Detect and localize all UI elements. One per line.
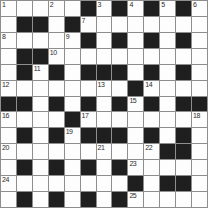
black-cell-r8c7 [112,128,128,144]
black-cell-r5c8 [128,81,144,97]
clue-number-11: 11 [34,65,40,73]
cell-r9c6[interactable]: 21 [97,144,113,160]
black-cell-r12c1 [17,192,33,208]
clue-number-6: 6 [193,1,196,9]
clue-number-22: 22 [145,144,152,152]
cell-r0c6[interactable]: 3 [97,1,113,17]
black-cell-r6c11 [176,97,192,113]
clue-number-17: 17 [82,112,89,120]
cell-r6c8[interactable]: 15 [128,97,144,113]
black-cell-r3c2 [33,49,49,65]
cell-r6c6[interactable] [97,97,113,113]
black-cell-r0c5 [81,1,97,17]
clue-number-8: 8 [2,33,5,41]
cell-r4c8[interactable] [128,65,144,81]
black-cell-r4c6 [97,65,113,81]
cell-r9c4[interactable] [65,144,81,160]
cell-r5c2[interactable] [33,81,49,97]
cell-r5c4[interactable] [65,81,81,97]
cell-r9c9[interactable]: 22 [144,144,160,160]
cell-r7c10[interactable] [160,112,176,128]
clue-number-10: 10 [50,49,57,57]
cell-r8c10[interactable] [160,128,176,144]
clue-number-9: 9 [66,33,69,41]
cell-r3c10[interactable] [160,49,176,65]
black-cell-r6c1 [17,97,33,113]
black-cell-r11c10 [160,176,176,192]
cell-r2c1[interactable] [17,33,33,49]
cell-r12c0[interactable] [1,192,17,208]
clue-number-25: 25 [129,192,136,200]
cell-r0c4[interactable] [65,1,81,17]
cell-r6c10[interactable] [160,97,176,113]
black-cell-r6c12 [192,97,208,113]
cell-r10c0[interactable] [1,160,17,176]
clue-number-14: 14 [145,81,152,89]
cell-r11c0[interactable]: 24 [1,176,17,192]
cell-r5c1[interactable] [17,81,33,97]
cell-r8c0[interactable] [1,128,17,144]
cell-r2c8[interactable] [128,33,144,49]
cell-r10c10[interactable] [160,160,176,176]
cell-r9c12[interactable] [192,144,208,160]
cell-r12c2[interactable] [33,192,49,208]
clue-number-1: 1 [2,1,5,9]
cell-r11c9[interactable] [144,176,160,192]
cell-r0c2[interactable] [33,1,49,17]
cell-r5c5[interactable] [81,81,97,97]
cell-r5c6[interactable]: 13 [97,81,113,97]
black-cell-r0c7 [112,1,128,17]
black-cell-r8c5 [81,128,97,144]
black-cell-r1c2 [33,17,49,33]
cell-r3c5[interactable] [81,49,97,65]
cell-r1c7[interactable] [112,17,128,33]
black-cell-r12c5 [81,192,97,208]
cell-r4c4[interactable] [65,65,81,81]
cell-r9c7[interactable] [112,144,128,160]
cell-r2c6[interactable] [97,33,113,49]
black-cell-r12c7 [112,192,128,208]
cell-r4c10[interactable] [160,65,176,81]
cell-r4c12[interactable] [192,65,208,81]
black-cell-r9c10 [160,144,176,160]
cell-r1c6[interactable] [97,17,113,33]
black-cell-r10c3 [49,160,65,176]
black-cell-r0c11 [176,1,192,17]
black-cell-r10c7 [112,160,128,176]
clue-number-16: 16 [2,112,9,120]
cell-r10c8[interactable]: 23 [128,160,144,176]
cell-r12c12[interactable] [192,192,208,208]
clue-number-18: 18 [193,112,200,120]
cell-r11c2[interactable] [33,176,49,192]
cell-r7c12[interactable]: 18 [192,112,208,128]
cell-r10c4[interactable] [65,160,81,176]
black-cell-r8c3 [49,128,65,144]
cell-r7c2[interactable] [33,112,49,128]
clue-number-23: 23 [129,160,136,168]
cell-r10c12[interactable] [192,160,208,176]
cell-r7c0[interactable]: 16 [1,112,17,128]
cell-r1c11[interactable] [176,17,192,33]
cell-r7c7[interactable] [112,112,128,128]
cell-r9c8[interactable] [128,144,144,160]
cell-r2c12[interactable] [192,33,208,49]
cell-r7c6[interactable] [97,112,113,128]
cell-r9c2[interactable] [33,144,49,160]
cell-r0c10[interactable]: 5 [160,1,176,17]
black-cell-r10c1 [17,160,33,176]
black-cell-r4c9 [144,65,160,81]
cell-r7c1[interactable] [17,112,33,128]
black-cell-r0c9 [144,1,160,17]
cell-r0c12[interactable]: 6 [192,1,208,17]
crossword-grid: 1234567891011121314151617181920212223242… [0,0,208,208]
black-cell-r8c11 [176,128,192,144]
black-cell-r11c11 [176,176,192,192]
cell-r8c8[interactable] [128,128,144,144]
cell-r1c3[interactable] [49,17,65,33]
cell-r2c0[interactable]: 8 [1,33,17,49]
black-cell-r6c3 [49,97,65,113]
cell-r2c4[interactable]: 9 [65,33,81,49]
clue-number-21: 21 [98,144,105,152]
cell-r2c3[interactable] [49,33,65,49]
cell-r1c9[interactable] [144,17,160,33]
cell-r9c5[interactable] [81,144,97,160]
clue-number-19: 19 [66,128,73,136]
black-cell-r11c8 [128,176,144,192]
clue-number-13: 13 [98,81,105,89]
clue-number-12: 12 [2,81,9,89]
cell-r11c6[interactable] [97,176,113,192]
cell-r12c6[interactable] [97,192,113,208]
clue-number-2: 2 [50,1,53,9]
black-cell-r8c1 [17,128,33,144]
black-cell-r4c1 [17,65,33,81]
cell-r1c8[interactable] [128,17,144,33]
cell-r7c3[interactable] [49,112,65,128]
cell-r10c11[interactable] [176,160,192,176]
cell-r11c5[interactable] [81,176,97,192]
black-cell-r10c5 [81,160,97,176]
cell-r3c0[interactable] [1,49,17,65]
cell-r0c1[interactable] [17,1,33,17]
cell-r3c3[interactable]: 10 [49,49,65,65]
cell-r7c8[interactable] [128,112,144,128]
black-cell-r6c9 [144,97,160,113]
black-cell-r4c5 [81,65,97,81]
cell-r7c5[interactable]: 17 [81,112,97,128]
black-cell-r1c1 [17,17,33,33]
black-cell-r9c11 [176,144,192,160]
cell-r11c3[interactable] [49,176,65,192]
cell-r12c8[interactable]: 25 [128,192,144,208]
black-cell-r2c7 [112,33,128,49]
cell-r5c7[interactable] [112,81,128,97]
black-cell-r3c1 [17,49,33,65]
clue-number-7: 7 [82,17,85,25]
cell-r5c3[interactable] [49,81,65,97]
cell-r2c10[interactable] [160,33,176,49]
black-cell-r12c3 [49,192,65,208]
clue-number-20: 20 [2,144,9,152]
black-cell-r6c0 [1,97,17,113]
crossword-board: 1234567891011121314151617181920212223242… [0,0,208,208]
cell-r8c2[interactable] [33,128,49,144]
cell-r12c4[interactable] [65,192,81,208]
cell-r10c6[interactable] [97,160,113,176]
cell-r11c12[interactable] [192,176,208,192]
black-cell-r4c7 [112,65,128,81]
cell-r1c0[interactable] [1,17,17,33]
black-cell-r8c9 [144,128,160,144]
cell-r5c11[interactable] [176,81,192,97]
cell-r4c0[interactable] [1,65,17,81]
cell-r12c11[interactable] [176,192,192,208]
black-cell-r6c7 [112,97,128,113]
black-cell-r1c4 [65,17,81,33]
cell-r0c8[interactable]: 4 [128,1,144,17]
cell-r3c11[interactable] [176,49,192,65]
cell-r6c4[interactable] [65,97,81,113]
cell-r3c9[interactable] [144,49,160,65]
cell-r11c4[interactable] [65,176,81,192]
cell-r5c9[interactable]: 14 [144,81,160,97]
cell-r4c2[interactable]: 11 [33,65,49,81]
cell-r12c10[interactable] [160,192,176,208]
cell-r8c12[interactable] [192,128,208,144]
black-cell-r8c6 [97,128,113,144]
cell-r3c7[interactable] [112,49,128,65]
cell-r10c9[interactable] [144,160,160,176]
cell-r10c2[interactable] [33,160,49,176]
black-cell-r2c11 [176,33,192,49]
cell-r9c3[interactable] [49,144,65,160]
cell-r3c8[interactable] [128,49,144,65]
cell-r0c3[interactable]: 2 [49,1,65,17]
clue-number-15: 15 [129,97,136,105]
clue-number-4: 4 [129,1,132,9]
black-cell-r7c4 [65,112,81,128]
cell-r1c5[interactable]: 7 [81,17,97,33]
cell-r11c1[interactable] [17,176,33,192]
cell-r3c12[interactable] [192,49,208,65]
clue-number-3: 3 [98,1,101,9]
cell-r3c6[interactable] [97,49,113,65]
cell-r9c1[interactable] [17,144,33,160]
cell-r12c9[interactable] [144,192,160,208]
cell-r5c12[interactable] [192,81,208,97]
cell-r6c2[interactable] [33,97,49,113]
clue-number-24: 24 [2,176,9,184]
cell-r1c10[interactable] [160,17,176,33]
black-cell-r4c11 [176,65,192,81]
black-cell-r2c9 [144,33,160,49]
cell-r1c12[interactable] [192,17,208,33]
cell-r7c11[interactable] [176,112,192,128]
black-cell-r4c3 [49,65,65,81]
cell-r2c2[interactable] [33,33,49,49]
cell-r0c0[interactable]: 1 [1,1,17,17]
clue-number-5: 5 [161,1,164,9]
cell-r11c7[interactable] [112,176,128,192]
cell-r9c0[interactable]: 20 [1,144,17,160]
cell-r3c4[interactable] [65,49,81,65]
cell-r8c4[interactable]: 19 [65,128,81,144]
cell-r7c9[interactable] [144,112,160,128]
black-cell-r2c5 [81,33,97,49]
cell-r5c10[interactable] [160,81,176,97]
black-cell-r6c5 [81,97,97,113]
cell-r5c0[interactable]: 12 [1,81,17,97]
